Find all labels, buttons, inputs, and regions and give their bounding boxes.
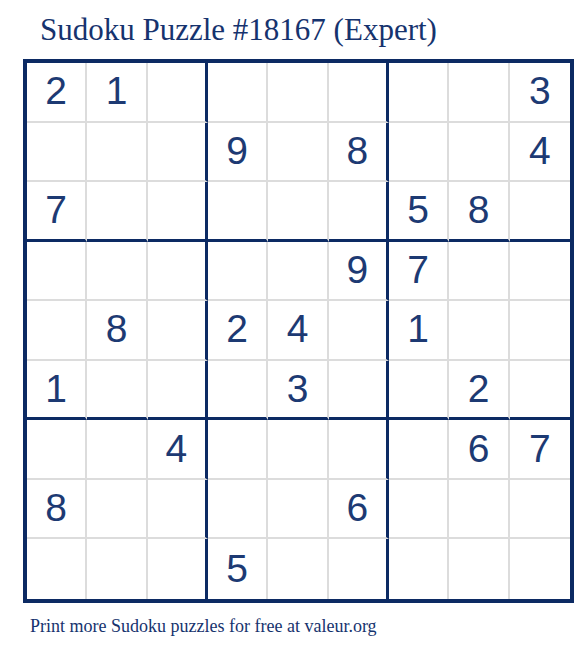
sudoku-grid: 213984758978241132467865 (23, 59, 574, 603)
cell-r7c1[interactable] (27, 420, 87, 480)
cell-r1c7[interactable] (389, 63, 449, 123)
cell-r2c5[interactable] (268, 123, 328, 183)
cell-r7c9[interactable]: 7 (510, 420, 570, 480)
cell-r3c6[interactable] (329, 182, 389, 242)
cell-r4c3[interactable] (148, 242, 208, 302)
cell-r7c4[interactable] (208, 420, 268, 480)
cell-r4c5[interactable] (268, 242, 328, 302)
cell-r5c2[interactable]: 8 (87, 301, 147, 361)
cell-r1c6[interactable] (329, 63, 389, 123)
cell-r9c5[interactable] (268, 539, 328, 599)
cell-r4c7[interactable]: 7 (389, 242, 449, 302)
cell-r6c1[interactable]: 1 (27, 361, 87, 421)
cell-r8c9[interactable] (510, 480, 570, 540)
cell-r6c4[interactable] (208, 361, 268, 421)
cell-r1c2[interactable]: 1 (87, 63, 147, 123)
cell-r9c4[interactable]: 5 (208, 539, 268, 599)
cell-r4c8[interactable] (449, 242, 509, 302)
cell-r1c5[interactable] (268, 63, 328, 123)
cell-r8c1[interactable]: 8 (27, 480, 87, 540)
cell-r5c5[interactable]: 4 (268, 301, 328, 361)
cell-r4c4[interactable] (208, 242, 268, 302)
cell-r5c8[interactable] (449, 301, 509, 361)
footer-text: Print more Sudoku puzzles for free at va… (30, 616, 377, 637)
cell-r7c6[interactable] (329, 420, 389, 480)
cell-r3c5[interactable] (268, 182, 328, 242)
cell-r6c6[interactable] (329, 361, 389, 421)
cell-r1c4[interactable] (208, 63, 268, 123)
cell-r8c4[interactable] (208, 480, 268, 540)
cell-r6c2[interactable] (87, 361, 147, 421)
cell-r4c6[interactable]: 9 (329, 242, 389, 302)
cell-r3c7[interactable]: 5 (389, 182, 449, 242)
cell-r1c3[interactable] (148, 63, 208, 123)
cell-r7c8[interactable]: 6 (449, 420, 509, 480)
cell-r7c7[interactable] (389, 420, 449, 480)
cell-r2c7[interactable] (389, 123, 449, 183)
cell-r3c8[interactable]: 8 (449, 182, 509, 242)
cell-r3c9[interactable] (510, 182, 570, 242)
cell-r4c9[interactable] (510, 242, 570, 302)
cell-r6c8[interactable]: 2 (449, 361, 509, 421)
cell-r2c4[interactable]: 9 (208, 123, 268, 183)
cell-r1c8[interactable] (449, 63, 509, 123)
cell-r1c9[interactable]: 3 (510, 63, 570, 123)
cell-r4c2[interactable] (87, 242, 147, 302)
cell-r9c6[interactable] (329, 539, 389, 599)
cell-r2c2[interactable] (87, 123, 147, 183)
cell-r2c6[interactable]: 8 (329, 123, 389, 183)
page-title: Sudoku Puzzle #18167 (Expert) (40, 12, 437, 48)
cell-r5c6[interactable] (329, 301, 389, 361)
cell-r8c6[interactable]: 6 (329, 480, 389, 540)
cell-r2c9[interactable]: 4 (510, 123, 570, 183)
cell-r3c3[interactable] (148, 182, 208, 242)
cell-r8c3[interactable] (148, 480, 208, 540)
cell-r3c2[interactable] (87, 182, 147, 242)
cell-r9c1[interactable] (27, 539, 87, 599)
cell-r6c7[interactable] (389, 361, 449, 421)
cell-r8c2[interactable] (87, 480, 147, 540)
cell-r6c5[interactable]: 3 (268, 361, 328, 421)
cell-r4c1[interactable] (27, 242, 87, 302)
cell-r7c3[interactable]: 4 (148, 420, 208, 480)
cell-r9c8[interactable] (449, 539, 509, 599)
cell-r5c3[interactable] (148, 301, 208, 361)
cell-r7c2[interactable] (87, 420, 147, 480)
cell-r5c7[interactable]: 1 (389, 301, 449, 361)
cell-r3c4[interactable] (208, 182, 268, 242)
cell-r5c1[interactable] (27, 301, 87, 361)
cell-r9c7[interactable] (389, 539, 449, 599)
cell-r6c3[interactable] (148, 361, 208, 421)
cell-r7c5[interactable] (268, 420, 328, 480)
cell-r5c9[interactable] (510, 301, 570, 361)
cell-r5c4[interactable]: 2 (208, 301, 268, 361)
cell-r8c5[interactable] (268, 480, 328, 540)
cell-r1c1[interactable]: 2 (27, 63, 87, 123)
cell-r2c3[interactable] (148, 123, 208, 183)
cell-r2c1[interactable] (27, 123, 87, 183)
cell-r2c8[interactable] (449, 123, 509, 183)
cell-r8c8[interactable] (449, 480, 509, 540)
cell-r6c9[interactable] (510, 361, 570, 421)
cell-r8c7[interactable] (389, 480, 449, 540)
cell-r9c2[interactable] (87, 539, 147, 599)
cell-r9c3[interactable] (148, 539, 208, 599)
cell-r9c9[interactable] (510, 539, 570, 599)
cell-r3c1[interactable]: 7 (27, 182, 87, 242)
